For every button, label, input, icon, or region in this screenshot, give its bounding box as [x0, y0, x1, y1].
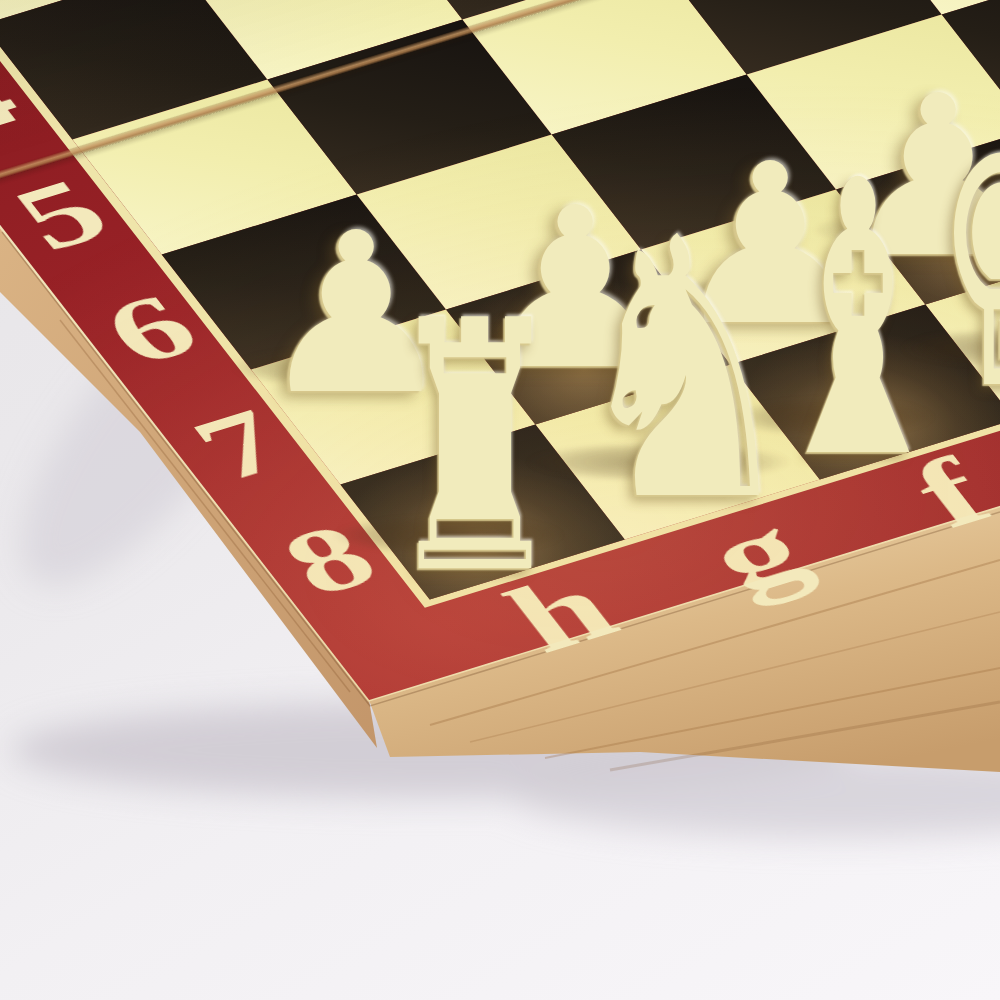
chess-board-photo: 12345678hgfedcba ♜♞♝♚♟♟♟♟: [0, 0, 1000, 1000]
